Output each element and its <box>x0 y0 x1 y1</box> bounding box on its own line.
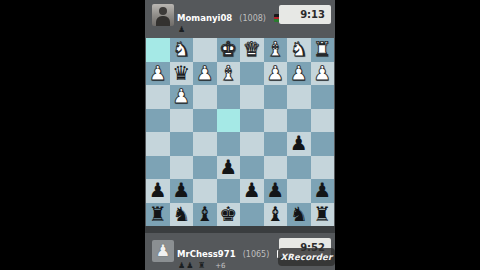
square-h6[interactable] <box>146 156 170 180</box>
piece-black-bishop: ♝ <box>264 203 288 227</box>
square-b7[interactable] <box>287 179 311 203</box>
piece-white-pawn: ♟ <box>170 85 194 109</box>
square-a4[interactable] <box>311 109 335 133</box>
square-g8[interactable]: ♞ <box>170 203 194 227</box>
piece-black-bishop: ♝ <box>193 203 217 227</box>
piece-white-knight: ♞ <box>170 38 194 62</box>
square-c6[interactable] <box>264 156 288 180</box>
piece-white-knight: ♞ <box>287 38 311 62</box>
piece-white-pawn: ♟ <box>146 62 170 86</box>
board-bottom-strip <box>145 226 335 233</box>
square-h7[interactable]: ♟ <box>146 179 170 203</box>
square-d1[interactable]: ♛ <box>240 38 264 62</box>
piece-black-king: ♚ <box>217 203 241 227</box>
piece-white-pawn: ♟ <box>311 62 335 86</box>
square-h5[interactable] <box>146 132 170 156</box>
square-a5[interactable] <box>311 132 335 156</box>
piece-white-pawn: ♟ <box>264 62 288 86</box>
square-d8[interactable] <box>240 203 264 227</box>
square-e7[interactable] <box>217 179 241 203</box>
piece-black-pawn: ♟ <box>240 179 264 203</box>
piece-black-rook: ♜ <box>146 203 170 227</box>
square-h3[interactable] <box>146 85 170 109</box>
captured-white-pieces-icons: ♟♟ ♜ <box>178 261 206 270</box>
piece-black-knight: ♞ <box>170 203 194 227</box>
piece-white-bishop: ♝ <box>264 38 288 62</box>
bottom-player-avatar[interactable]: ♟ <box>152 240 174 262</box>
square-g1[interactable]: ♞ <box>170 38 194 62</box>
avatar-photo-head <box>159 7 167 15</box>
square-c5[interactable] <box>264 132 288 156</box>
square-h1[interactable] <box>146 38 170 62</box>
square-b4[interactable] <box>287 109 311 133</box>
square-e3[interactable] <box>217 85 241 109</box>
square-c7[interactable]: ♟ <box>264 179 288 203</box>
top-player-clock: 9:13 <box>279 5 331 24</box>
xrecorder-watermark: XRecorder <box>278 248 335 266</box>
square-e8[interactable]: ♚ <box>217 203 241 227</box>
square-b5[interactable]: ♟ <box>287 132 311 156</box>
square-c8[interactable]: ♝ <box>264 203 288 227</box>
square-f6[interactable] <box>193 156 217 180</box>
top-player-captured: ♟ <box>178 17 186 36</box>
square-f2[interactable]: ♟ <box>193 62 217 86</box>
top-player-name-row[interactable]: Momanyi08 (1008) <box>177 6 285 25</box>
piece-black-pawn: ♟ <box>311 179 335 203</box>
square-d5[interactable] <box>240 132 264 156</box>
bottom-player-captured: ♟♟ ♜ +6 <box>178 253 225 270</box>
piece-black-rook: ♜ <box>311 203 335 227</box>
square-e4[interactable] <box>217 109 241 133</box>
top-player-rating: (1008) <box>239 14 266 23</box>
square-a3[interactable] <box>311 85 335 109</box>
square-a7[interactable]: ♟ <box>311 179 335 203</box>
square-g4[interactable] <box>170 109 194 133</box>
square-f4[interactable] <box>193 109 217 133</box>
square-f8[interactable]: ♝ <box>193 203 217 227</box>
square-e5[interactable] <box>217 132 241 156</box>
square-a1[interactable]: ♜ <box>311 38 335 62</box>
square-d2[interactable] <box>240 62 264 86</box>
app-content: Momanyi08 (1008) ♟ 9:13 ♞♚♛♝♞♜♟♛♟♝♟♟♟♟♟♟… <box>145 0 335 270</box>
square-g5[interactable] <box>170 132 194 156</box>
square-g2[interactable]: ♛ <box>170 62 194 86</box>
square-a8[interactable]: ♜ <box>311 203 335 227</box>
piece-white-pawn: ♟ <box>193 62 217 86</box>
square-b8[interactable]: ♞ <box>287 203 311 227</box>
square-d7[interactable]: ♟ <box>240 179 264 203</box>
avatar-photo-body <box>156 16 170 26</box>
square-h8[interactable]: ♜ <box>146 203 170 227</box>
square-d3[interactable] <box>240 85 264 109</box>
square-b6[interactable] <box>287 156 311 180</box>
square-c3[interactable] <box>264 85 288 109</box>
bottom-player-rating: (1065) <box>243 250 270 259</box>
pawn-avatar-icon: ♟ <box>156 241 170 260</box>
piece-black-pawn: ♟ <box>217 156 241 180</box>
square-a2[interactable]: ♟ <box>311 62 335 86</box>
piece-white-pawn: ♟ <box>287 62 311 86</box>
square-c2[interactable]: ♟ <box>264 62 288 86</box>
piece-black-pawn: ♟ <box>146 179 170 203</box>
square-f7[interactable] <box>193 179 217 203</box>
piece-black-knight: ♞ <box>287 203 311 227</box>
square-e1[interactable]: ♚ <box>217 38 241 62</box>
square-f3[interactable] <box>193 85 217 109</box>
top-player-avatar[interactable] <box>152 4 174 26</box>
material-advantage: +6 <box>215 262 225 270</box>
square-h4[interactable] <box>146 109 170 133</box>
piece-white-king: ♚ <box>217 38 241 62</box>
square-g7[interactable]: ♟ <box>170 179 194 203</box>
piece-white-rook: ♜ <box>311 38 335 62</box>
top-player-bar: Momanyi08 (1008) ♟ 9:13 <box>145 0 335 38</box>
chess-board[interactable]: ♞♚♛♝♞♜♟♛♟♝♟♟♟♟♟♟♟♟♟♟♟♜♞♝♚♝♞♜ <box>146 38 334 226</box>
square-f1[interactable] <box>193 38 217 62</box>
square-a6[interactable] <box>311 156 335 180</box>
square-b1[interactable]: ♞ <box>287 38 311 62</box>
square-g6[interactable] <box>170 156 194 180</box>
square-h2[interactable]: ♟ <box>146 62 170 86</box>
square-b3[interactable] <box>287 85 311 109</box>
square-d6[interactable] <box>240 156 264 180</box>
square-g3[interactable]: ♟ <box>170 85 194 109</box>
square-d4[interactable] <box>240 109 264 133</box>
piece-black-pawn: ♟ <box>170 179 194 203</box>
piece-black-pawn: ♟ <box>287 132 311 156</box>
piece-white-bishop: ♝ <box>217 62 241 86</box>
screen: Momanyi08 (1008) ♟ 9:13 ♞♚♛♝♞♜♟♛♟♝♟♟♟♟♟♟… <box>0 0 480 270</box>
square-c4[interactable] <box>264 109 288 133</box>
piece-white-queen: ♛ <box>240 38 264 62</box>
captured-black-pawn-icon: ♟ <box>178 25 186 34</box>
square-b2[interactable]: ♟ <box>287 62 311 86</box>
square-e2[interactable]: ♝ <box>217 62 241 86</box>
piece-black-queen: ♛ <box>170 62 194 86</box>
piece-black-pawn: ♟ <box>264 179 288 203</box>
square-f5[interactable] <box>193 132 217 156</box>
square-c1[interactable]: ♝ <box>264 38 288 62</box>
square-e6[interactable]: ♟ <box>217 156 241 180</box>
